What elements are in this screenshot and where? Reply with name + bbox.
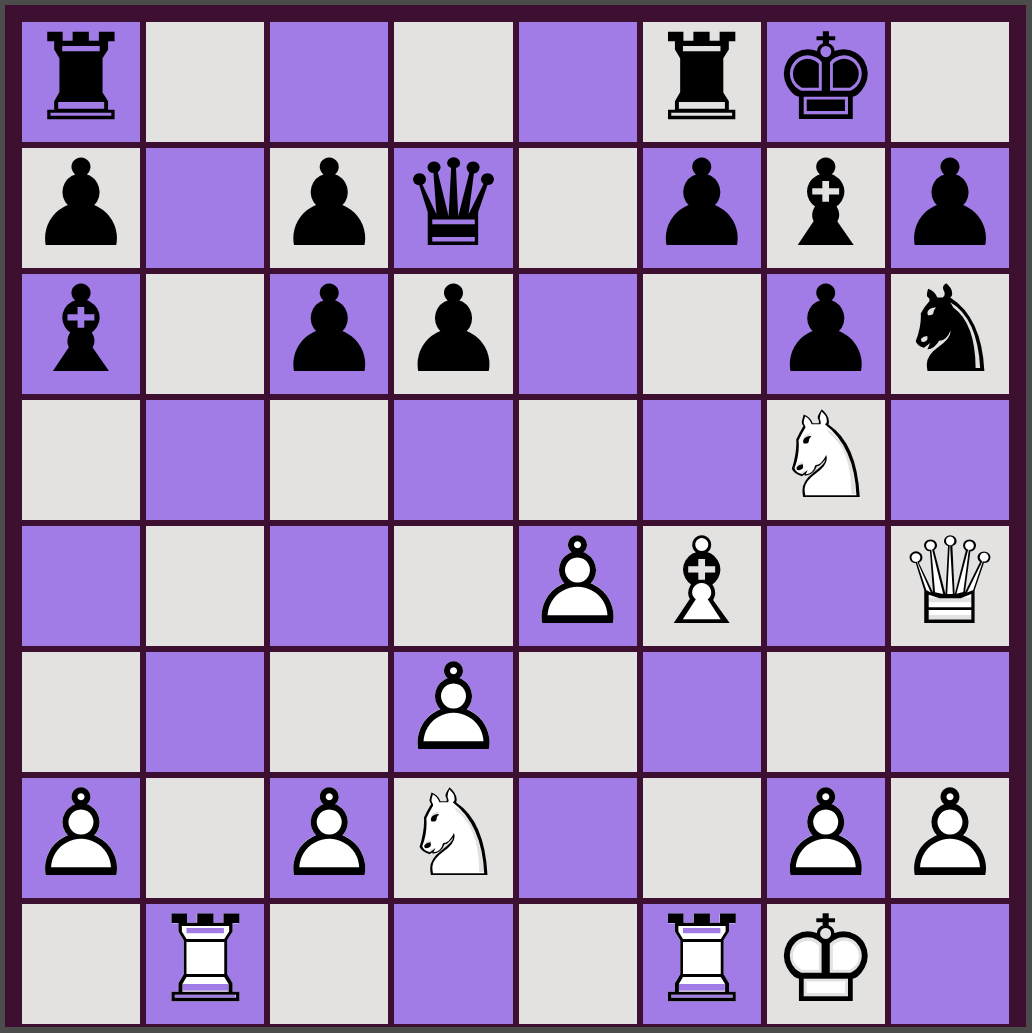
square-h6[interactable]: ♞ xyxy=(891,274,1009,394)
piece-fill: ♚ xyxy=(772,18,880,138)
piece-fill: ♟ xyxy=(276,270,384,390)
square-d2[interactable]: ♞♘ xyxy=(394,778,512,898)
white-pawn[interactable]: ♟♙ xyxy=(270,778,388,898)
black-rook[interactable]: ♜ xyxy=(22,22,140,142)
square-g4[interactable] xyxy=(767,526,885,646)
piece-fill: ♟ xyxy=(27,144,135,264)
piece-outline: ♙ xyxy=(276,774,384,894)
piece-fill: ♟ xyxy=(896,144,1004,264)
square-f4[interactable]: ♝♗ xyxy=(643,526,761,646)
square-g2[interactable]: ♟♙ xyxy=(767,778,885,898)
white-pawn[interactable]: ♟♙ xyxy=(22,778,140,898)
square-c6[interactable]: ♟ xyxy=(270,274,388,394)
piece-outline: ♖ xyxy=(648,900,756,1020)
piece-outline: ♖ xyxy=(151,900,259,1020)
piece-fill: ♜ xyxy=(27,18,135,138)
square-e3[interactable] xyxy=(519,652,637,772)
square-e1[interactable] xyxy=(519,904,637,1024)
square-d5[interactable] xyxy=(394,400,512,520)
square-d7[interactable]: ♛ xyxy=(394,148,512,268)
square-b3[interactable] xyxy=(146,652,264,772)
square-b1[interactable]: ♜♖ xyxy=(146,904,264,1024)
square-e5[interactable] xyxy=(519,400,637,520)
black-pawn[interactable]: ♟ xyxy=(22,148,140,268)
square-c3[interactable] xyxy=(270,652,388,772)
white-pawn[interactable]: ♟♙ xyxy=(394,652,512,772)
square-f1[interactable]: ♜♖ xyxy=(643,904,761,1024)
black-king[interactable]: ♚ xyxy=(767,22,885,142)
black-rook[interactable]: ♜ xyxy=(643,22,761,142)
white-knight[interactable]: ♞♘ xyxy=(767,400,885,520)
white-pawn[interactable]: ♟♙ xyxy=(891,778,1009,898)
white-rook[interactable]: ♜♖ xyxy=(146,904,264,1024)
piece-fill: ♝ xyxy=(27,270,135,390)
black-pawn[interactable]: ♟ xyxy=(394,274,512,394)
white-knight[interactable]: ♞♘ xyxy=(394,778,512,898)
square-g6[interactable]: ♟ xyxy=(767,274,885,394)
window-background: { "game": "chess", "position": { "fen": … xyxy=(0,0,1032,1033)
square-b2[interactable] xyxy=(146,778,264,898)
square-h8[interactable] xyxy=(891,22,1009,142)
square-f2[interactable] xyxy=(643,778,761,898)
square-a6[interactable]: ♝ xyxy=(22,274,140,394)
white-pawn[interactable]: ♟♙ xyxy=(767,778,885,898)
square-e6[interactable] xyxy=(519,274,637,394)
black-knight[interactable]: ♞ xyxy=(891,274,1009,394)
square-h3[interactable] xyxy=(891,652,1009,772)
square-a1[interactable] xyxy=(22,904,140,1024)
square-d3[interactable]: ♟♙ xyxy=(394,652,512,772)
square-h4[interactable]: ♛♕ xyxy=(891,526,1009,646)
piece-outline: ♘ xyxy=(400,774,508,894)
chess-board: ♜♜♚♟♟♛♟♝♟♝♟♟♟♞♞♘♟♙♝♗♛♕♟♙♟♙♟♙♞♘♟♙♟♙♜♖♜♖♚♔ xyxy=(5,5,1026,1027)
black-bishop[interactable]: ♝ xyxy=(767,148,885,268)
square-g8[interactable]: ♚ xyxy=(767,22,885,142)
piece-fill: ♟ xyxy=(648,144,756,264)
square-f3[interactable] xyxy=(643,652,761,772)
square-d4[interactable] xyxy=(394,526,512,646)
square-c7[interactable]: ♟ xyxy=(270,148,388,268)
piece-fill: ♟ xyxy=(276,144,384,264)
black-queen[interactable]: ♛ xyxy=(394,148,512,268)
square-f7[interactable]: ♟ xyxy=(643,148,761,268)
black-pawn[interactable]: ♟ xyxy=(270,274,388,394)
square-b7[interactable] xyxy=(146,148,264,268)
square-d8[interactable] xyxy=(394,22,512,142)
black-pawn[interactable]: ♟ xyxy=(270,148,388,268)
square-c2[interactable]: ♟♙ xyxy=(270,778,388,898)
square-a7[interactable]: ♟ xyxy=(22,148,140,268)
square-b4[interactable] xyxy=(146,526,264,646)
square-e2[interactable] xyxy=(519,778,637,898)
white-queen[interactable]: ♛♕ xyxy=(891,526,1009,646)
white-bishop[interactable]: ♝♗ xyxy=(643,526,761,646)
square-b6[interactable] xyxy=(146,274,264,394)
square-a4[interactable] xyxy=(22,526,140,646)
square-h7[interactable]: ♟ xyxy=(891,148,1009,268)
square-g7[interactable]: ♝ xyxy=(767,148,885,268)
piece-outline: ♗ xyxy=(648,522,756,642)
piece-outline: ♙ xyxy=(400,648,508,768)
piece-fill: ♛ xyxy=(400,144,508,264)
piece-outline: ♔ xyxy=(772,900,880,1020)
square-e8[interactable] xyxy=(519,22,637,142)
piece-outline: ♙ xyxy=(27,774,135,894)
square-a2[interactable]: ♟♙ xyxy=(22,778,140,898)
square-h1[interactable] xyxy=(891,904,1009,1024)
piece-outline: ♙ xyxy=(896,774,1004,894)
square-f5[interactable] xyxy=(643,400,761,520)
black-bishop[interactable]: ♝ xyxy=(22,274,140,394)
square-g5[interactable]: ♞♘ xyxy=(767,400,885,520)
square-c1[interactable] xyxy=(270,904,388,1024)
square-f6[interactable] xyxy=(643,274,761,394)
piece-outline: ♙ xyxy=(772,774,880,894)
piece-outline: ♕ xyxy=(896,522,1004,642)
piece-outline: ♘ xyxy=(772,396,880,516)
square-g3[interactable] xyxy=(767,652,885,772)
piece-fill: ♟ xyxy=(772,270,880,390)
square-a5[interactable] xyxy=(22,400,140,520)
square-c8[interactable] xyxy=(270,22,388,142)
square-e7[interactable] xyxy=(519,148,637,268)
white-king[interactable]: ♚♔ xyxy=(767,904,885,1024)
piece-fill: ♝ xyxy=(772,144,880,264)
piece-fill: ♞ xyxy=(896,270,1004,390)
square-h2[interactable]: ♟♙ xyxy=(891,778,1009,898)
black-pawn[interactable]: ♟ xyxy=(891,148,1009,268)
square-e4[interactable]: ♟♙ xyxy=(519,526,637,646)
black-pawn[interactable]: ♟ xyxy=(767,274,885,394)
square-a8[interactable]: ♜ xyxy=(22,22,140,142)
square-g1[interactable]: ♚♔ xyxy=(767,904,885,1024)
square-f8[interactable]: ♜ xyxy=(643,22,761,142)
black-pawn[interactable]: ♟ xyxy=(643,148,761,268)
square-c5[interactable] xyxy=(270,400,388,520)
white-pawn[interactable]: ♟♙ xyxy=(519,526,637,646)
piece-fill: ♟ xyxy=(400,270,508,390)
piece-outline: ♙ xyxy=(524,522,632,642)
piece-fill: ♜ xyxy=(648,18,756,138)
square-d1[interactable] xyxy=(394,904,512,1024)
board-grid: ♜♜♚♟♟♛♟♝♟♝♟♟♟♞♞♘♟♙♝♗♛♕♟♙♟♙♟♙♞♘♟♙♟♙♜♖♜♖♚♔ xyxy=(22,22,1009,1010)
square-h5[interactable] xyxy=(891,400,1009,520)
square-b5[interactable] xyxy=(146,400,264,520)
square-b8[interactable] xyxy=(146,22,264,142)
white-rook[interactable]: ♜♖ xyxy=(643,904,761,1024)
square-c4[interactable] xyxy=(270,526,388,646)
square-a3[interactable] xyxy=(22,652,140,772)
square-d6[interactable]: ♟ xyxy=(394,274,512,394)
